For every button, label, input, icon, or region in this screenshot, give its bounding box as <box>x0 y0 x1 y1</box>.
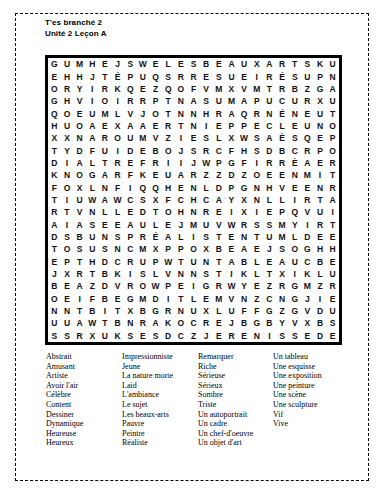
grid-cell-r3c10: Q <box>162 83 175 95</box>
grid-cell-r17c14: T <box>212 256 225 268</box>
grid-cell-r12c15: Y <box>225 194 238 206</box>
grid-cell-r3c16: V <box>238 83 251 95</box>
grid-cell-r4c20: U <box>288 95 301 107</box>
grid-cell-r9c23: R <box>326 157 339 169</box>
grid-cell-r12c20: I <box>288 194 301 206</box>
grid-cell-r1c12: S <box>187 58 200 70</box>
grid-cell-r16c13: X <box>200 243 213 255</box>
grid-cell-r1c2: U <box>61 58 74 70</box>
word-item: Dessiner <box>46 410 122 420</box>
grid-cell-r10c8: K <box>137 169 150 181</box>
grid-cell-r22c12: C <box>187 317 200 329</box>
grid-cell-r13c6: L <box>111 206 124 218</box>
grid-cell-r15c20: L <box>288 231 301 243</box>
grid-cell-r2c13: E <box>200 70 213 82</box>
grid-cell-r19c11: E <box>175 280 188 292</box>
grid-cell-r14c11: J <box>175 219 188 231</box>
grid-cell-r15c14: T <box>212 231 225 243</box>
grid-cell-r23c21: E <box>301 330 314 342</box>
grid-cell-r11c21: E <box>301 181 314 193</box>
grid-cell-r23c22: D <box>314 330 327 342</box>
word-item: Dynamique <box>46 419 122 429</box>
grid-cell-r20c13: E <box>200 293 213 305</box>
grid-cell-r20c23: E <box>326 293 339 305</box>
grid-cell-r3c8: E <box>137 83 150 95</box>
grid-cell-r15c8: R <box>137 231 150 243</box>
grid-cell-r16c17: E <box>250 243 263 255</box>
grid-cell-r20c9: D <box>149 293 162 305</box>
grid-cell-r11c7: I <box>124 181 137 193</box>
grid-cell-r13c9: T <box>149 206 162 218</box>
grid-cell-r21c3: T <box>73 305 86 317</box>
grid-cell-r22c11: O <box>175 317 188 329</box>
grid-cell-r8c9: B <box>149 144 162 156</box>
grid-cell-r13c2: T <box>61 206 74 218</box>
grid-cell-r20c2: E <box>61 293 74 305</box>
grid-cell-r15c6: S <box>111 231 124 243</box>
grid-cell-r15c23: E <box>326 231 339 243</box>
grid-cell-r18c15: I <box>225 268 238 280</box>
grid-cell-r5c5: M <box>99 107 112 119</box>
grid-cell-r4c23: U <box>326 95 339 107</box>
word-item: Avoir l'air <box>46 381 122 391</box>
grid-cell-r6c1: H <box>48 120 61 132</box>
grid-cell-r9c2: I <box>61 157 74 169</box>
grid-cell-r16c4: U <box>86 243 99 255</box>
grid-cell-r23c6: K <box>111 330 124 342</box>
grid-cell-r23c16: E <box>238 330 251 342</box>
word-item: La nature morte <box>122 371 198 381</box>
grid-cell-r8c8: E <box>137 144 150 156</box>
grid-cell-r9c21: A <box>301 157 314 169</box>
grid-cell-r2c18: R <box>263 70 276 82</box>
grid-cell-r8c13: R <box>200 144 213 156</box>
grid-cell-r18c6: K <box>111 268 124 280</box>
grid-cell-r16c16: A <box>238 243 251 255</box>
grid-cell-r13c23: I <box>326 206 339 218</box>
grid-cell-r18c17: L <box>250 268 263 280</box>
grid-cell-r3c5: R <box>99 83 112 95</box>
grid-cell-r10c9: E <box>149 169 162 181</box>
grid-cell-r14c19: M <box>276 219 289 231</box>
grid-cell-r5c22: U <box>314 107 327 119</box>
grid-cell-r4c11: N <box>175 95 188 107</box>
grid-cell-r21c15: U <box>225 305 238 317</box>
grid-cell-r11c23: R <box>326 181 339 193</box>
grid-cell-r10c12: R <box>187 169 200 181</box>
grid-cell-r7c6: O <box>111 132 124 144</box>
grid-cell-r14c21: I <box>301 219 314 231</box>
grid-cell-r7c9: V <box>149 132 162 144</box>
grid-cell-r22c7: N <box>124 317 137 329</box>
grid-cell-r1c3: M <box>73 58 86 70</box>
grid-cell-r11c17: N <box>250 181 263 193</box>
grid-cell-r4c18: U <box>263 95 276 107</box>
grid-cell-r6c5: E <box>99 120 112 132</box>
grid-cell-r9c13: W <box>200 157 213 169</box>
grid-cell-r13c21: V <box>301 206 314 218</box>
grid-cell-r10c6: R <box>111 169 124 181</box>
grid-cell-r9c1: D <box>48 157 61 169</box>
grid-cell-r15c11: L <box>175 231 188 243</box>
grid-cell-r2c9: Q <box>149 70 162 82</box>
grid-cell-r4c12: A <box>187 95 200 107</box>
word-item: Un cadre <box>198 419 273 429</box>
grid-cell-r22c15: J <box>225 317 238 329</box>
grid-cell-r5c18: N <box>263 107 276 119</box>
grid-cell-r14c10: E <box>162 219 175 231</box>
grid-cell-r21c8: B <box>137 305 150 317</box>
grid-cell-r9c18: R <box>263 157 276 169</box>
grid-cell-r16c21: G <box>301 243 314 255</box>
grid-cell-r22c18: B <box>263 317 276 329</box>
grid-cell-r11c15: P <box>225 181 238 193</box>
grid-cell-r21c6: T <box>111 305 124 317</box>
word-item: Célèbre <box>46 390 122 400</box>
grid-cell-r1c4: H <box>86 58 99 70</box>
grid-cell-r19c8: O <box>137 280 150 292</box>
grid-cell-r19c12: I <box>187 280 200 292</box>
word-item: Un chef-d'oeuvre <box>198 429 273 439</box>
grid-cell-r11c6: F <box>111 181 124 193</box>
word-item: Amusant <box>46 362 122 372</box>
grid-cell-r7c10: Z <box>162 132 175 144</box>
grid-cell-r3c19: R <box>276 83 289 95</box>
grid-cell-r10c2: N <box>61 169 74 181</box>
grid-cell-r23c1: S <box>48 330 61 342</box>
grid-cell-r23c5: U <box>99 330 112 342</box>
grid-cell-r3c2: R <box>61 83 74 95</box>
grid-cell-r21c19: Z <box>276 305 289 317</box>
grid-cell-r20c20: G <box>288 293 301 305</box>
grid-cell-r21c4: B <box>86 305 99 317</box>
grid-cell-r11c10: H <box>162 181 175 193</box>
word-item: Sérieuse <box>198 371 273 381</box>
grid-cell-r6c9: E <box>149 120 162 132</box>
grid-cell-r5c14: R <box>212 107 225 119</box>
grid-cell-r10c3: O <box>73 169 86 181</box>
word-item: Le sujet <box>122 400 198 410</box>
grid-cell-r1c15: A <box>225 58 238 70</box>
grid-cell-r1c14: E <box>212 58 225 70</box>
grid-cell-r9c22: E <box>314 157 327 169</box>
grid-cell-r9c9: R <box>149 157 162 169</box>
grid-cell-r13c19: P <box>276 206 289 218</box>
grid-cell-r20c22: I <box>314 293 327 305</box>
grid-cell-r3c20: B <box>288 83 301 95</box>
grid-cell-r12c21: R <box>301 194 314 206</box>
grid-cell-r4c6: I <box>111 95 124 107</box>
grid-cell-r10c18: E <box>263 169 276 181</box>
grid-cell-r20c16: N <box>238 293 251 305</box>
grid-cell-r22c2: U <box>61 317 74 329</box>
grid-cell-r15c22: E <box>314 231 327 243</box>
word-item: Riche <box>198 362 273 372</box>
grid-cell-r10c10: U <box>162 169 175 181</box>
grid-cell-r7c7: U <box>124 132 137 144</box>
grid-cell-r20c7: G <box>124 293 137 305</box>
grid-cell-r4c2: H <box>61 95 74 107</box>
grid-cell-r16c19: S <box>276 243 289 255</box>
grid-cell-r20c12: L <box>187 293 200 305</box>
grid-cell-r12c14: A <box>212 194 225 206</box>
grid-cell-r17c8: U <box>137 256 150 268</box>
grid-cell-r11c1: F <box>48 181 61 193</box>
grid-cell-r19c3: A <box>73 280 86 292</box>
grid-cell-r18c3: R <box>73 268 86 280</box>
grid-cell-r4c19: C <box>276 95 289 107</box>
grid-cell-r8c10: O <box>162 144 175 156</box>
grid-cell-r13c18: E <box>263 206 276 218</box>
grid-cell-r19c1: B <box>48 280 61 292</box>
grid-cell-r11c11: E <box>175 181 188 193</box>
grid-cell-r9c19: R <box>276 157 289 169</box>
grid-cell-r15c19: M <box>276 231 289 243</box>
grid-cell-r3c15: X <box>225 83 238 95</box>
grid-cell-r3c18: T <box>263 83 276 95</box>
grid-cell-r7c19: È <box>276 132 289 144</box>
grid-cell-r4c8: R <box>137 95 150 107</box>
grid-cell-r15c10: A <box>162 231 175 243</box>
grid-cell-r2c1: E <box>48 70 61 82</box>
grid-cell-r17c12: U <box>187 256 200 268</box>
grid-cell-r18c12: N <box>187 268 200 280</box>
grid-cell-r11c13: L <box>200 181 213 193</box>
grid-cell-r4c16: A <box>238 95 251 107</box>
word-item: Les beaux-arts <box>122 410 198 420</box>
grid-cell-r2c12: R <box>187 70 200 82</box>
grid-cell-r12c17: N <box>250 194 263 206</box>
grid-cell-r20c5: B <box>99 293 112 305</box>
grid-cell-r19c4: Z <box>86 280 99 292</box>
grid-cell-r17c5: D <box>99 256 112 268</box>
grid-cell-r19c21: M <box>301 280 314 292</box>
grid-cell-r20c1: O <box>48 293 61 305</box>
grid-cell-r1c18: A <box>263 58 276 70</box>
grid-cell-r17c17: L <box>250 256 263 268</box>
grid-cell-r13c4: N <box>86 206 99 218</box>
grid-cell-r8c3: D <box>73 144 86 156</box>
grid-cell-r23c15: R <box>225 330 238 342</box>
grid-cell-r8c12: S <box>187 144 200 156</box>
grid-cell-r17c19: A <box>276 256 289 268</box>
grid-cell-r4c22: X <box>314 95 327 107</box>
grid-cell-r17c13: N <box>200 256 213 268</box>
grid-cell-r23c4: X <box>86 330 99 342</box>
grid-cell-r17c7: R <box>124 256 137 268</box>
grid-cell-r7c15: X <box>225 132 238 144</box>
grid-cell-r9c7: E <box>124 157 137 169</box>
grid-cell-r18c5: B <box>99 268 112 280</box>
grid-cell-r11c3: X <box>73 181 86 193</box>
grid-cell-r23c17: N <box>250 330 263 342</box>
word-item: Une sculpture <box>273 400 356 410</box>
grid-cell-r13c3: V <box>73 206 86 218</box>
grid-cell-r18c22: L <box>314 268 327 280</box>
grid-cell-r19c17: E <box>250 280 263 292</box>
grid-cell-r4c10: T <box>162 95 175 107</box>
grid-cell-r23c9: S <box>149 330 162 342</box>
word-item: Une exposition <box>273 371 356 381</box>
grid-cell-r13c10: O <box>162 206 175 218</box>
word-item: Un objet d'art <box>198 438 273 448</box>
grid-cell-r18c7: I <box>124 268 137 280</box>
grid-cell-r20c6: E <box>111 293 124 305</box>
grid-cell-r2c17: I <box>250 70 263 82</box>
grid-cell-r6c19: L <box>276 120 289 132</box>
grid-cell-r22c16: B <box>238 317 251 329</box>
grid-cell-r11c5: N <box>99 181 112 193</box>
grid-cell-r7c18: A <box>263 132 276 144</box>
grid-cell-r11c16: G <box>238 181 251 193</box>
grid-cell-r12c3: U <box>73 194 86 206</box>
grid-cell-r4c21: R <box>301 95 314 107</box>
grid-cell-r22c6: B <box>111 317 124 329</box>
grid-cell-r5c16: Q <box>238 107 251 119</box>
word-item: Laid <box>122 381 198 391</box>
grid-cell-r9c12: J <box>187 157 200 169</box>
grid-cell-r3c9: Z <box>149 83 162 95</box>
grid-cell-r4c5: O <box>99 95 112 107</box>
grid-cell-r14c9: L <box>149 219 162 231</box>
grid-cell-r16c15: E <box>225 243 238 255</box>
grid-cell-r2c7: P <box>124 70 137 82</box>
word-item: Vif <box>273 410 356 420</box>
grid-cell-r13c13: R <box>200 206 213 218</box>
grid-cell-r17c11: T <box>175 256 188 268</box>
grid-cell-r5c11: N <box>175 107 188 119</box>
grid-cell-r17c4: H <box>86 256 99 268</box>
grid-cell-r18c21: K <box>301 268 314 280</box>
grid-cell-r2c22: P <box>314 70 327 82</box>
grid-cell-r18c2: X <box>61 268 74 280</box>
grid-cell-r17c6: C <box>111 256 124 268</box>
grid-cell-r18c19: X <box>276 268 289 280</box>
grid-cell-r6c22: N <box>314 120 327 132</box>
word-item: Pauvre <box>122 419 198 429</box>
grid-cell-r17c18: E <box>263 256 276 268</box>
grid-cell-r23c3: R <box>73 330 86 342</box>
grid-cell-r3c23: A <box>326 83 339 95</box>
grid-cell-r10c11: A <box>175 169 188 181</box>
grid-cell-r20c10: I <box>162 293 175 305</box>
grid-cell-r18c1: J <box>48 268 61 280</box>
grid-cell-r16c14: B <box>212 243 225 255</box>
grid-cell-r12c18: L <box>263 194 276 206</box>
grid-cell-r20c15: V <box>225 293 238 305</box>
word-column-2: ImpressionnisteJeuneLa nature morteLaidL… <box>122 352 198 448</box>
grid-cell-r22c3: A <box>73 317 86 329</box>
grid-cell-r3c14: M <box>212 83 225 95</box>
grid-cell-r2c15: U <box>225 70 238 82</box>
grid-cell-r8c1: T <box>48 144 61 156</box>
grid-cell-r17c1: E <box>48 256 61 268</box>
grid-cell-r9c10: I <box>162 157 175 169</box>
grid-cell-r11c2: O <box>61 181 74 193</box>
grid-cell-r5c19: É <box>276 107 289 119</box>
grid-cell-r6c13: I <box>200 120 213 132</box>
grid-cell-r18c8: S <box>137 268 150 280</box>
grid-cell-r23c7: S <box>124 330 137 342</box>
word-item: Une scène <box>273 390 356 400</box>
grid-cell-r19c23: R <box>326 280 339 292</box>
grid-cell-r9c6: R <box>111 157 124 169</box>
grid-cell-r3c1: O <box>48 83 61 95</box>
grid-cell-r8c17: S <box>250 144 263 156</box>
letter-grid: GUMHEJSWELESBEAUXARTSKUEHHJTÉPUQSRRESUEI… <box>45 55 342 345</box>
grid-cell-r4c17: P <box>250 95 263 107</box>
grid-cell-r10c21: M <box>301 169 314 181</box>
grid-cell-r10c16: Z <box>238 169 251 181</box>
grid-cell-r4c9: P <box>149 95 162 107</box>
grid-cell-r21c12: U <box>187 305 200 317</box>
grid-cell-r20c18: C <box>263 293 276 305</box>
word-item: Impressionniste <box>122 352 198 362</box>
grid-cell-r14c8: U <box>137 219 150 231</box>
grid-cell-r16c18: J <box>263 243 276 255</box>
grid-cell-r3c4: I <box>86 83 99 95</box>
grid-cell-r2c6: É <box>111 70 124 82</box>
grid-cell-r22c9: A <box>149 317 162 329</box>
grid-cell-r8c14: C <box>212 144 225 156</box>
title-line-1: T'es branché 2 <box>45 17 107 28</box>
grid-cell-r13c15: I <box>225 206 238 218</box>
grid-cell-r3c17: M <box>250 83 263 95</box>
grid-cell-r16c20: O <box>288 243 301 255</box>
grid-cell-r17c21: C <box>301 256 314 268</box>
grid-cell-r4c13: S <box>200 95 213 107</box>
grid-cell-r21c5: I <box>99 305 112 317</box>
grid-cell-r4c4: I <box>86 95 99 107</box>
grid-cell-r23c10: D <box>162 330 175 342</box>
grid-cell-r15c21: D <box>301 231 314 243</box>
grid-cell-r20c19: N <box>276 293 289 305</box>
grid-cell-r21c11: N <box>175 305 188 317</box>
grid-cell-r8c4: F <box>86 144 99 156</box>
grid-cell-r19c9: W <box>149 280 162 292</box>
grid-cell-r5c8: J <box>137 107 150 119</box>
grid-cell-r1c11: E <box>175 58 188 70</box>
grid-cell-r18c10: V <box>162 268 175 280</box>
grid-cell-r6c11: T <box>175 120 188 132</box>
grid-cell-r6c4: A <box>86 120 99 132</box>
grid-cell-r14c6: E <box>111 219 124 231</box>
grid-cell-r12c12: H <box>187 194 200 206</box>
grid-cell-r15c17: T <box>250 231 263 243</box>
grid-cell-r21c16: F <box>238 305 251 317</box>
grid-cell-r8c19: B <box>276 144 289 156</box>
grid-cell-r13c17: I <box>250 206 263 218</box>
grid-cell-r2c4: J <box>86 70 99 82</box>
grid-cell-r6c3: O <box>73 120 86 132</box>
grid-cell-r6c8: A <box>137 120 150 132</box>
word-item: Vive <box>273 419 356 429</box>
grid-cell-r8c2: Y <box>61 144 74 156</box>
grid-cell-r19c19: R <box>276 280 289 292</box>
grid-cell-r3c11: O <box>175 83 188 95</box>
grid-cell-r17c3: T <box>73 256 86 268</box>
grid-cell-r18c13: S <box>200 268 213 280</box>
grid-cell-r2c21: U <box>301 70 314 82</box>
grid-cell-r1c9: E <box>149 58 162 70</box>
grid-cell-r4c7: R <box>124 95 137 107</box>
grid-cell-r8c22: P <box>314 144 327 156</box>
grid-cell-r13c11: H <box>175 206 188 218</box>
grid-cell-r5c12: N <box>187 107 200 119</box>
grid-cell-r2c14: S <box>212 70 225 82</box>
grid-cell-r15c1: D <box>48 231 61 243</box>
grid-cell-r1c20: T <box>288 58 301 70</box>
